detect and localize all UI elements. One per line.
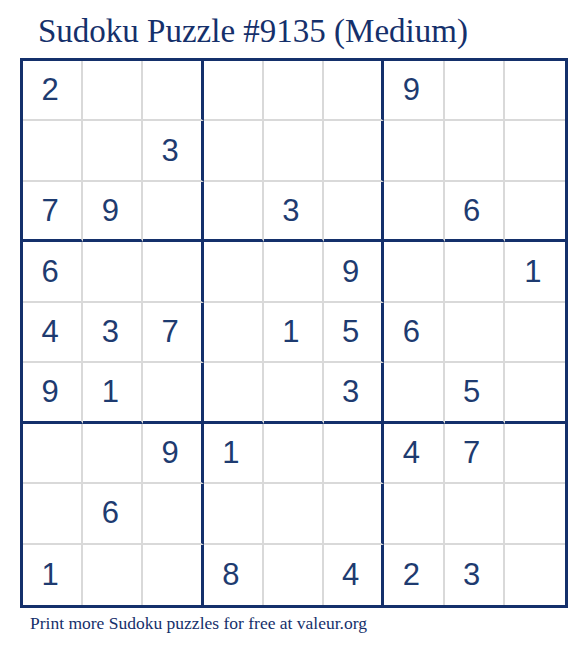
sudoku-cell-r6c6[interactable]: 3 (324, 363, 384, 423)
sudoku-cell-r5c5[interactable]: 1 (264, 303, 324, 363)
sudoku-cell-r6c7[interactable] (384, 363, 444, 423)
sudoku-cell-r2c9[interactable] (505, 121, 565, 181)
given-digit: 5 (342, 314, 359, 350)
sudoku-cell-r8c2[interactable]: 6 (83, 484, 143, 544)
footer-text: Print more Sudoku puzzles for free at va… (30, 613, 367, 634)
sudoku-cell-r3c2[interactable]: 9 (83, 182, 143, 242)
given-digit: 8 (222, 557, 239, 593)
sudoku-cell-r3c8[interactable]: 6 (445, 182, 505, 242)
sudoku-cell-r9c8[interactable]: 3 (445, 545, 505, 605)
sudoku-cell-r2c5[interactable] (264, 121, 324, 181)
given-digit: 4 (342, 557, 359, 593)
sudoku-cell-r1c7[interactable]: 9 (384, 61, 444, 121)
sudoku-cell-r3c6[interactable] (324, 182, 384, 242)
given-digit: 6 (41, 254, 58, 290)
given-digit: 1 (282, 314, 299, 350)
sudoku-cell-r7c4[interactable]: 1 (204, 424, 264, 484)
sudoku-cell-r2c7[interactable] (384, 121, 444, 181)
sudoku-cell-r4c6[interactable]: 9 (324, 242, 384, 302)
sudoku-cell-r5c8[interactable] (445, 303, 505, 363)
sudoku-cell-r2c1[interactable] (23, 121, 83, 181)
sudoku-cell-r2c8[interactable] (445, 121, 505, 181)
given-digit: 9 (161, 435, 178, 471)
sudoku-cell-r8c8[interactable] (445, 484, 505, 544)
given-digit: 7 (161, 314, 178, 350)
sudoku-cell-r2c2[interactable] (83, 121, 143, 181)
sudoku-cell-r4c1[interactable]: 6 (23, 242, 83, 302)
sudoku-cell-r4c5[interactable] (264, 242, 324, 302)
given-digit: 6 (463, 193, 480, 229)
sudoku-cell-r6c1[interactable]: 9 (23, 363, 83, 423)
sudoku-cell-r6c5[interactable] (264, 363, 324, 423)
sudoku-cell-r9c7[interactable]: 2 (384, 545, 444, 605)
given-digit: 1 (524, 254, 541, 290)
given-digit: 4 (41, 314, 58, 350)
sudoku-cell-r3c3[interactable] (143, 182, 203, 242)
sudoku-cell-r1c4[interactable] (204, 61, 264, 121)
given-digit: 1 (222, 435, 239, 471)
sudoku-cell-r7c6[interactable] (324, 424, 384, 484)
given-digit: 9 (342, 254, 359, 290)
given-digit: 3 (463, 557, 480, 593)
sudoku-cell-r3c4[interactable] (204, 182, 264, 242)
sudoku-cell-r9c2[interactable] (83, 545, 143, 605)
sudoku-cell-r9c1[interactable]: 1 (23, 545, 83, 605)
sudoku-cell-r7c5[interactable] (264, 424, 324, 484)
sudoku-cell-r8c1[interactable] (23, 484, 83, 544)
sudoku-cell-r7c9[interactable] (505, 424, 565, 484)
sudoku-cell-r8c7[interactable] (384, 484, 444, 544)
given-digit: 5 (463, 374, 480, 410)
sudoku-cell-r2c4[interactable] (204, 121, 264, 181)
given-digit: 1 (41, 557, 58, 593)
given-digit: 7 (463, 435, 480, 471)
sudoku-cell-r5c6[interactable]: 5 (324, 303, 384, 363)
sudoku-cell-r9c3[interactable] (143, 545, 203, 605)
given-digit: 1 (102, 374, 119, 410)
sudoku-cell-r9c9[interactable] (505, 545, 565, 605)
given-digit: 9 (102, 193, 119, 229)
sudoku-cell-r2c6[interactable] (324, 121, 384, 181)
sudoku-cell-r8c5[interactable] (264, 484, 324, 544)
sudoku-cell-r1c2[interactable] (83, 61, 143, 121)
sudoku-grid: 293793669143715691359147618423 (20, 58, 568, 608)
sudoku-cell-r3c9[interactable] (505, 182, 565, 242)
sudoku-cell-r2c3[interactable]: 3 (143, 121, 203, 181)
sudoku-cell-r1c6[interactable] (324, 61, 384, 121)
page-title: Sudoku Puzzle #9135 (Medium) (38, 12, 468, 52)
given-digit: 7 (41, 193, 58, 229)
sudoku-cell-r8c3[interactable] (143, 484, 203, 544)
sudoku-cell-r1c5[interactable] (264, 61, 324, 121)
sudoku-cell-r8c6[interactable] (324, 484, 384, 544)
sudoku-cell-r6c8[interactable]: 5 (445, 363, 505, 423)
sudoku-cell-r7c7[interactable]: 4 (384, 424, 444, 484)
given-digit: 3 (282, 193, 299, 229)
sudoku-cell-r7c8[interactable]: 7 (445, 424, 505, 484)
given-digit: 6 (403, 314, 420, 350)
sudoku-cell-r5c2[interactable]: 3 (83, 303, 143, 363)
sudoku-cell-r1c3[interactable] (143, 61, 203, 121)
given-digit: 3 (161, 133, 178, 169)
sudoku-cell-r6c4[interactable] (204, 363, 264, 423)
given-digit: 3 (102, 314, 119, 350)
sudoku-cell-r4c8[interactable] (445, 242, 505, 302)
sudoku-cell-r1c9[interactable] (505, 61, 565, 121)
sudoku-cell-r5c9[interactable] (505, 303, 565, 363)
sudoku-cell-r4c7[interactable] (384, 242, 444, 302)
sudoku-cell-r5c7[interactable]: 6 (384, 303, 444, 363)
sudoku-print-page: Sudoku Puzzle #9135 (Medium) 29379366914… (0, 0, 574, 651)
sudoku-cell-r8c9[interactable] (505, 484, 565, 544)
sudoku-cell-r1c1[interactable]: 2 (23, 61, 83, 121)
sudoku-cell-r5c4[interactable] (204, 303, 264, 363)
sudoku-cell-r9c5[interactable] (264, 545, 324, 605)
sudoku-cell-r4c2[interactable] (83, 242, 143, 302)
sudoku-cell-r5c1[interactable]: 4 (23, 303, 83, 363)
given-digit: 2 (41, 72, 58, 108)
given-digit: 9 (41, 374, 58, 410)
sudoku-cell-r4c9[interactable]: 1 (505, 242, 565, 302)
given-digit: 2 (403, 557, 420, 593)
sudoku-cell-r7c1[interactable] (23, 424, 83, 484)
sudoku-cell-r8c4[interactable] (204, 484, 264, 544)
sudoku-cell-r7c2[interactable] (83, 424, 143, 484)
sudoku-cell-r4c4[interactable] (204, 242, 264, 302)
sudoku-cell-r3c1[interactable]: 7 (23, 182, 83, 242)
given-digit: 6 (102, 495, 119, 531)
sudoku-cell-r3c7[interactable] (384, 182, 444, 242)
sudoku-cell-r1c8[interactable] (445, 61, 505, 121)
given-digit: 9 (403, 72, 420, 108)
sudoku-cell-r9c4[interactable]: 8 (204, 545, 264, 605)
sudoku-cell-r6c9[interactable] (505, 363, 565, 423)
sudoku-cell-r6c3[interactable] (143, 363, 203, 423)
given-digit: 4 (403, 435, 420, 471)
sudoku-cell-r4c3[interactable] (143, 242, 203, 302)
sudoku-cell-r3c5[interactable]: 3 (264, 182, 324, 242)
sudoku-cell-r5c3[interactable]: 7 (143, 303, 203, 363)
sudoku-cell-r7c3[interactable]: 9 (143, 424, 203, 484)
sudoku-cell-r9c6[interactable]: 4 (324, 545, 384, 605)
sudoku-cell-r6c2[interactable]: 1 (83, 363, 143, 423)
given-digit: 3 (342, 374, 359, 410)
